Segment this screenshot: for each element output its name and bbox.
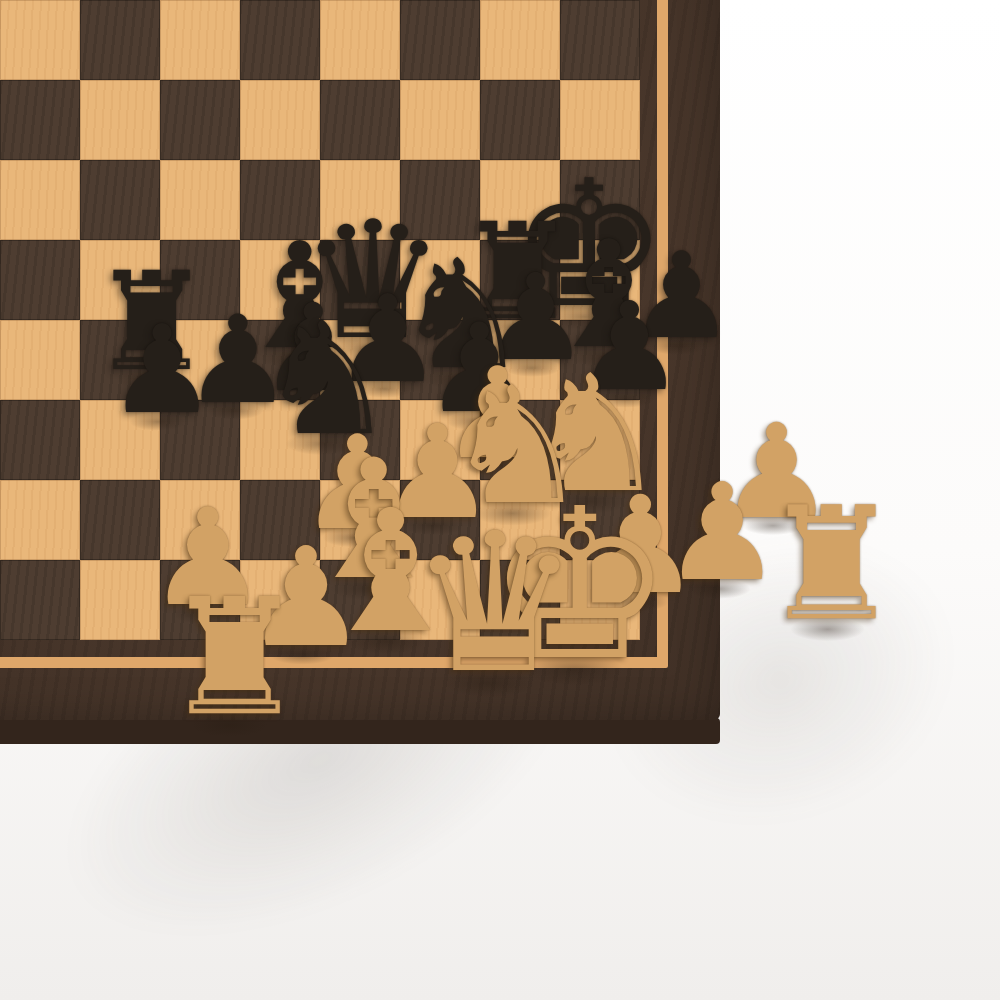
square-a8[interactable] <box>0 0 80 80</box>
square-a7[interactable] <box>0 80 80 160</box>
square-e8[interactable] <box>320 0 400 80</box>
piece-white-rook-h1[interactable]: ♜ <box>762 487 902 643</box>
square-f7[interactable] <box>400 80 480 160</box>
square-c6[interactable] <box>160 160 240 240</box>
square-f8[interactable] <box>400 0 480 80</box>
square-d8[interactable] <box>240 0 320 80</box>
square-c8[interactable] <box>160 0 240 80</box>
piece-black-pawn-a7[interactable]: ♟ <box>107 310 216 432</box>
square-b8[interactable] <box>80 0 160 80</box>
square-a1[interactable] <box>0 560 80 640</box>
square-a5[interactable] <box>0 240 80 320</box>
square-b7[interactable] <box>80 80 160 160</box>
piece-white-queen-d1[interactable]: ♛ <box>408 508 580 700</box>
piece-white-rook-a1[interactable]: ♜ <box>162 578 306 739</box>
square-a4[interactable] <box>0 320 80 400</box>
square-a3[interactable] <box>0 400 80 480</box>
square-a6[interactable] <box>0 160 80 240</box>
square-c7[interactable] <box>160 80 240 160</box>
square-g8[interactable] <box>480 0 560 80</box>
square-b6[interactable] <box>80 160 160 240</box>
board-edge-near <box>0 718 720 744</box>
square-a2[interactable] <box>0 480 80 560</box>
square-h8[interactable] <box>560 0 640 80</box>
square-d7[interactable] <box>240 80 320 160</box>
square-e7[interactable] <box>320 80 400 160</box>
photo-scene: ♜♝♛♜♚♟♟♟♟♞♟♝♟♞♟♟♟♟♟♞♞♟♝♟♟♝♟♟♜♛♚♜ <box>0 0 1000 1000</box>
